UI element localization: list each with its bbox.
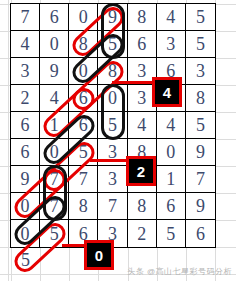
black-vertical-oval-r1c4-r2c4: [101, 3, 125, 59]
black-vertical-oval-r4c4-r5c4: [101, 84, 125, 140]
spreadsheet-background: 7609845408563539083632460328616544560538…: [0, 0, 236, 281]
red-connector-line-to-badge-2: [90, 159, 129, 162]
result-badge-2: 2: [126, 156, 156, 186]
annotation-overlay: 420: [0, 0, 236, 281]
red-connector-line-to-badge-4: [112, 81, 154, 84]
watermark-text: 头条 @高山七星彩号码分析: [127, 266, 232, 277]
result-badge-0: 0: [84, 240, 114, 270]
red-connector-line-to-badge-0: [62, 244, 86, 247]
result-badge-4: 4: [152, 77, 182, 107]
black-vertical-oval-r7c2-r8c2: [43, 165, 67, 221]
